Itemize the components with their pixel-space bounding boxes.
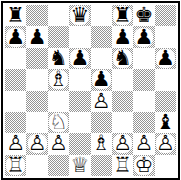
piece-white-pawn: ♙	[156, 134, 175, 153]
chess-board: ♜♛♜♚♟♟♟♟♞♟♞♟♗♟♙♘♝♙♙♙♗♙♙♙♖♕♖♔	[5, 5, 176, 176]
piece-black-rook: ♜	[6, 6, 25, 25]
square-e3[interactable]	[91, 112, 112, 133]
square-b2[interactable]: ♙	[26, 133, 47, 154]
square-g4[interactable]	[133, 91, 154, 112]
square-e2[interactable]: ♗	[91, 133, 112, 154]
square-f7[interactable]: ♟	[112, 26, 133, 47]
square-h6[interactable]: ♟	[155, 48, 176, 69]
piece-white-pawn: ♙	[49, 134, 68, 153]
square-a4[interactable]	[5, 91, 26, 112]
square-e5[interactable]: ♟	[91, 69, 112, 90]
square-g1[interactable]: ♔	[133, 155, 154, 176]
square-e1[interactable]	[91, 155, 112, 176]
square-g2[interactable]: ♙	[133, 133, 154, 154]
square-d4[interactable]	[69, 91, 90, 112]
square-d8[interactable]: ♛	[69, 5, 90, 26]
piece-white-pawn: ♙	[28, 134, 47, 153]
piece-black-knight: ♞	[49, 49, 68, 68]
square-d6[interactable]: ♟	[69, 48, 90, 69]
piece-black-pawn: ♟	[113, 28, 132, 47]
piece-white-king: ♔	[134, 156, 153, 175]
square-b6[interactable]	[26, 48, 47, 69]
square-h7[interactable]	[155, 26, 176, 47]
square-c2[interactable]: ♙	[48, 133, 69, 154]
piece-black-bishop: ♝	[156, 113, 175, 132]
square-h2[interactable]: ♙	[155, 133, 176, 154]
square-b3[interactable]	[26, 112, 47, 133]
chess-diagram: ♜♛♜♚♟♟♟♟♞♟♞♟♗♟♙♘♝♙♙♙♗♙♙♙♖♕♖♔	[0, 0, 181, 180]
square-c3[interactable]: ♘	[48, 112, 69, 133]
square-h3[interactable]: ♝	[155, 112, 176, 133]
square-h8[interactable]	[155, 5, 176, 26]
square-d5[interactable]	[69, 69, 90, 90]
piece-black-pawn: ♟	[6, 28, 25, 47]
square-a6[interactable]	[5, 48, 26, 69]
square-a8[interactable]: ♜	[5, 5, 26, 26]
square-h5[interactable]	[155, 69, 176, 90]
square-f8[interactable]: ♜	[112, 5, 133, 26]
square-e7[interactable]	[91, 26, 112, 47]
square-c4[interactable]	[48, 91, 69, 112]
square-f2[interactable]: ♙	[112, 133, 133, 154]
square-c5[interactable]: ♗	[48, 69, 69, 90]
piece-white-knight: ♘	[49, 113, 68, 132]
square-f3[interactable]	[112, 112, 133, 133]
piece-white-pawn: ♙	[113, 134, 132, 153]
square-a3[interactable]	[5, 112, 26, 133]
piece-white-pawn: ♙	[6, 134, 25, 153]
piece-black-queen: ♛	[70, 6, 89, 25]
piece-white-rook: ♖	[113, 156, 132, 175]
square-h1[interactable]	[155, 155, 176, 176]
piece-white-bishop: ♗	[49, 70, 68, 89]
square-a1[interactable]: ♖	[5, 155, 26, 176]
square-h4[interactable]	[155, 91, 176, 112]
square-f4[interactable]	[112, 91, 133, 112]
piece-black-king: ♚	[134, 6, 153, 25]
square-g3[interactable]	[133, 112, 154, 133]
piece-black-rook: ♜	[113, 6, 132, 25]
square-c8[interactable]	[48, 5, 69, 26]
square-d7[interactable]	[69, 26, 90, 47]
square-e6[interactable]	[91, 48, 112, 69]
square-b4[interactable]	[26, 91, 47, 112]
square-c6[interactable]: ♞	[48, 48, 69, 69]
piece-black-pawn: ♟	[156, 49, 175, 68]
square-b5[interactable]	[26, 69, 47, 90]
square-a7[interactable]: ♟	[5, 26, 26, 47]
piece-black-pawn: ♟	[28, 28, 47, 47]
square-b8[interactable]	[26, 5, 47, 26]
piece-white-rook: ♖	[6, 156, 25, 175]
square-d2[interactable]	[69, 133, 90, 154]
piece-white-pawn: ♙	[134, 134, 153, 153]
piece-black-knight: ♞	[113, 49, 132, 68]
piece-white-pawn: ♙	[92, 92, 111, 111]
square-f6[interactable]: ♞	[112, 48, 133, 69]
piece-black-pawn: ♟	[134, 28, 153, 47]
square-f5[interactable]	[112, 69, 133, 90]
piece-white-queen: ♕	[70, 156, 89, 175]
square-a5[interactable]	[5, 69, 26, 90]
piece-black-pawn: ♟	[70, 49, 89, 68]
square-g5[interactable]	[133, 69, 154, 90]
square-c1[interactable]	[48, 155, 69, 176]
board-frame: ♜♛♜♚♟♟♟♟♞♟♞♟♗♟♙♘♝♙♙♙♗♙♙♙♖♕♖♔	[1, 1, 180, 180]
square-g7[interactable]: ♟	[133, 26, 154, 47]
square-c7[interactable]	[48, 26, 69, 47]
square-e8[interactable]	[91, 5, 112, 26]
square-g6[interactable]	[133, 48, 154, 69]
square-d1[interactable]: ♕	[69, 155, 90, 176]
square-b7[interactable]: ♟	[26, 26, 47, 47]
square-e4[interactable]: ♙	[91, 91, 112, 112]
square-a2[interactable]: ♙	[5, 133, 26, 154]
piece-white-bishop: ♗	[92, 134, 111, 153]
square-g8[interactable]: ♚	[133, 5, 154, 26]
piece-black-pawn: ♟	[92, 70, 111, 89]
square-b1[interactable]	[26, 155, 47, 176]
square-f1[interactable]: ♖	[112, 155, 133, 176]
square-d3[interactable]	[69, 112, 90, 133]
